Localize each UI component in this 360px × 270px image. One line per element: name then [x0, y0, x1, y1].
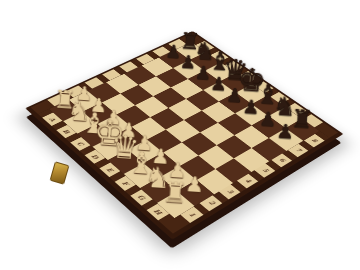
black-pawn-icon: ♟	[210, 74, 228, 93]
black-pawn-icon: ♟	[276, 121, 295, 141]
black-pawn-icon: ♟	[180, 53, 197, 72]
white-rook-icon: ♜	[162, 178, 189, 208]
board-scene: ♜♞♝♛♚♝♞♜♟♟♟♟♟♟♟♟♟♟♟♟♟♟♟♟♜♞♝♚♛♝♞♜ABCDEFGH…	[68, 4, 301, 237]
board-3d: ♜♞♝♛♚♝♞♜♟♟♟♟♟♟♟♟♟♟♟♟♟♟♟♟♜♞♝♚♛♝♞♜ABCDEFGH…	[31, 33, 338, 234]
black-pawn-icon: ♟	[195, 63, 212, 82]
chess-board: ♜♞♝♛♚♝♞♜♟♟♟♟♟♟♟♟♟♟♟♟♟♟♟♟♜♞♝♚♛♝♞♜ABCDEFGH…	[31, 33, 338, 234]
photo-frame: ♜♞♝♛♚♝♞♜♟♟♟♟♟♟♟♟♟♟♟♟♟♟♟♟♜♞♝♚♛♝♞♜ABCDEFGH…	[0, 0, 360, 270]
black-pawn-icon: ♟	[259, 109, 277, 129]
black-pawn-icon: ♟	[226, 86, 244, 106]
board-tilt-wrapper: ♜♞♝♛♚♝♞♜♟♟♟♟♟♟♟♟♟♟♟♟♟♟♟♟♜♞♝♚♛♝♞♜ABCDEFGH…	[0, 0, 360, 270]
black-pawn-icon: ♟	[242, 97, 260, 117]
